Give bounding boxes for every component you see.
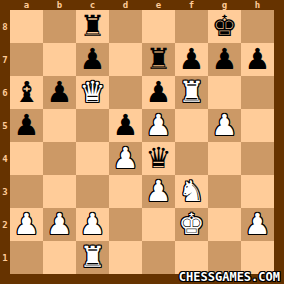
white-pawn: ♟	[14, 208, 40, 241]
square-d2	[109, 208, 142, 241]
square-c1: ♜	[76, 241, 109, 274]
brand-text: CHESSGAMES.COM	[179, 270, 280, 284]
square-c4	[76, 142, 109, 175]
square-g2	[208, 208, 241, 241]
square-g6	[208, 76, 241, 109]
square-b6: ♟	[43, 76, 76, 109]
file-label-b: b	[43, 0, 76, 10]
square-e8	[142, 10, 175, 43]
square-d5: ♟	[109, 109, 142, 142]
square-h2: ♟	[241, 208, 274, 241]
square-a6: ♝	[10, 76, 43, 109]
square-b5	[43, 109, 76, 142]
square-g4	[208, 142, 241, 175]
white-king: ♚	[179, 208, 205, 241]
rank-label-1: 1	[0, 241, 10, 274]
square-c6: ♛	[76, 76, 109, 109]
rank-label-8: 8	[0, 10, 10, 43]
square-f5	[175, 109, 208, 142]
white-pawn: ♟	[47, 208, 73, 241]
square-f2: ♚	[175, 208, 208, 241]
black-pawn: ♟	[47, 76, 73, 109]
square-h4	[241, 142, 274, 175]
square-a2: ♟	[10, 208, 43, 241]
square-e3: ♟	[142, 175, 175, 208]
square-h8	[241, 10, 274, 43]
square-a7	[10, 43, 43, 76]
square-a5: ♟	[10, 109, 43, 142]
rank-label-5: 5	[0, 109, 10, 142]
square-b7	[43, 43, 76, 76]
square-a8	[10, 10, 43, 43]
black-pawn: ♟	[14, 109, 40, 142]
black-pawn: ♟	[80, 43, 106, 76]
white-pawn: ♟	[245, 208, 271, 241]
white-rook: ♜	[80, 241, 106, 274]
rank-label-3: 3	[0, 175, 10, 208]
square-h6	[241, 76, 274, 109]
rank-label-6: 6	[0, 76, 10, 109]
square-c7: ♟	[76, 43, 109, 76]
square-e7: ♜	[142, 43, 175, 76]
square-f3: ♞	[175, 175, 208, 208]
white-pawn: ♟	[80, 208, 106, 241]
square-b8	[43, 10, 76, 43]
chess-board-frame: abcdefgh 87654321 ♜♚♟♜♟♟♟♝♟♛♟♜♟♟♟♟♟♛♟♞♟♟…	[0, 0, 284, 284]
square-g5: ♟	[208, 109, 241, 142]
square-h3	[241, 175, 274, 208]
square-a3	[10, 175, 43, 208]
square-c3	[76, 175, 109, 208]
black-pawn: ♟	[212, 43, 238, 76]
square-c8: ♜	[76, 10, 109, 43]
square-c2: ♟	[76, 208, 109, 241]
square-g3	[208, 175, 241, 208]
black-king: ♚	[212, 10, 238, 43]
rank-label-7: 7	[0, 43, 10, 76]
file-label-a: a	[10, 0, 43, 10]
white-pawn: ♟	[212, 109, 238, 142]
black-pawn: ♟	[245, 43, 271, 76]
square-g8: ♚	[208, 10, 241, 43]
square-b1	[43, 241, 76, 274]
white-pawn: ♟	[146, 109, 172, 142]
white-queen: ♛	[80, 76, 106, 109]
rank-label-2: 2	[0, 208, 10, 241]
square-d1	[109, 241, 142, 274]
square-b2: ♟	[43, 208, 76, 241]
black-rook: ♜	[146, 43, 172, 76]
square-e2	[142, 208, 175, 241]
square-d6	[109, 76, 142, 109]
black-queen: ♛	[146, 142, 172, 175]
white-pawn: ♟	[113, 142, 139, 175]
square-d4: ♟	[109, 142, 142, 175]
square-c5	[76, 109, 109, 142]
square-e6: ♟	[142, 76, 175, 109]
black-bishop: ♝	[14, 76, 40, 109]
square-b4	[43, 142, 76, 175]
white-rook: ♜	[179, 76, 205, 109]
rank-labels: 87654321	[0, 10, 10, 274]
square-f7: ♟	[175, 43, 208, 76]
chess-board: ♜♚♟♜♟♟♟♝♟♛♟♜♟♟♟♟♟♛♟♞♟♟♟♚♟♜	[10, 10, 274, 274]
square-f6: ♜	[175, 76, 208, 109]
square-d3	[109, 175, 142, 208]
square-e4: ♛	[142, 142, 175, 175]
rank-label-4: 4	[0, 142, 10, 175]
black-pawn: ♟	[179, 43, 205, 76]
black-rook: ♜	[80, 10, 106, 43]
square-d8	[109, 10, 142, 43]
square-e1	[142, 241, 175, 274]
white-pawn: ♟	[146, 175, 172, 208]
square-a4	[10, 142, 43, 175]
square-e5: ♟	[142, 109, 175, 142]
white-knight: ♞	[179, 175, 205, 208]
square-h7: ♟	[241, 43, 274, 76]
file-label-f: f	[175, 0, 208, 10]
file-label-d: d	[109, 0, 142, 10]
square-g7: ♟	[208, 43, 241, 76]
square-a1	[10, 241, 43, 274]
black-pawn: ♟	[113, 109, 139, 142]
square-h5	[241, 109, 274, 142]
square-f8	[175, 10, 208, 43]
file-label-e: e	[142, 0, 175, 10]
square-d7	[109, 43, 142, 76]
square-b3	[43, 175, 76, 208]
black-pawn: ♟	[146, 76, 172, 109]
square-f4	[175, 142, 208, 175]
file-label-h: h	[241, 0, 274, 10]
